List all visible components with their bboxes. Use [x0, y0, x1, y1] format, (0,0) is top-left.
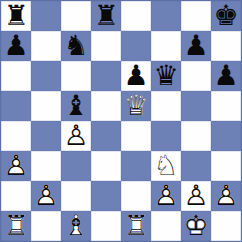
square-b1[interactable] [31, 211, 61, 241]
square-h1[interactable] [211, 211, 241, 241]
piece-fill-glyph: ♛ [151, 61, 181, 91]
white-pawn[interactable]: ♟♙ [151, 181, 181, 211]
square-c6[interactable] [61, 61, 91, 91]
white-pawn[interactable]: ♟♙ [31, 181, 61, 211]
square-a3[interactable]: ♟♙ [1, 151, 31, 181]
black-rook[interactable]: ♜ [91, 1, 121, 31]
piece-outline-glyph: ♖ [121, 211, 151, 241]
black-pawn[interactable]: ♟ [1, 31, 31, 61]
square-d5[interactable] [91, 91, 121, 121]
square-h2[interactable]: ♟♙ [211, 181, 241, 211]
square-c5[interactable]: ♝ [61, 91, 91, 121]
piece-outline-glyph: ♙ [1, 151, 31, 181]
square-e8[interactable] [121, 1, 151, 31]
black-bishop[interactable]: ♝ [61, 91, 91, 121]
square-b3[interactable] [31, 151, 61, 181]
piece-fill-glyph: ♟ [121, 61, 151, 91]
black-pawn[interactable]: ♟ [181, 31, 211, 61]
black-king[interactable]: ♚ [211, 1, 241, 31]
white-pawn[interactable]: ♟♙ [211, 181, 241, 211]
piece-fill-glyph: ♟ [211, 61, 241, 91]
piece-fill-glyph: ♜ [91, 1, 121, 31]
white-queen[interactable]: ♛♕ [121, 91, 151, 121]
square-f3[interactable]: ♞♘ [151, 151, 181, 181]
piece-outline-glyph: ♘ [151, 151, 181, 181]
square-f6[interactable]: ♛ [151, 61, 181, 91]
piece-fill-glyph: ♟ [181, 31, 211, 61]
square-f4[interactable] [151, 121, 181, 151]
piece-outline-glyph: ♙ [31, 181, 61, 211]
square-a8[interactable]: ♜ [1, 1, 31, 31]
black-rook[interactable]: ♜ [1, 1, 31, 31]
square-c8[interactable] [61, 1, 91, 31]
square-f2[interactable]: ♟♙ [151, 181, 181, 211]
black-knight[interactable]: ♞ [61, 31, 91, 61]
black-pawn[interactable]: ♟ [121, 61, 151, 91]
square-a2[interactable] [1, 181, 31, 211]
white-pawn[interactable]: ♟♙ [61, 121, 91, 151]
square-a6[interactable] [1, 61, 31, 91]
square-d6[interactable] [91, 61, 121, 91]
square-d2[interactable] [91, 181, 121, 211]
square-h7[interactable] [211, 31, 241, 61]
piece-outline-glyph: ♙ [181, 181, 211, 211]
square-e2[interactable] [121, 181, 151, 211]
black-pawn[interactable]: ♟ [211, 61, 241, 91]
white-pawn[interactable]: ♟♙ [181, 181, 211, 211]
piece-outline-glyph: ♙ [211, 181, 241, 211]
square-f7[interactable] [151, 31, 181, 61]
square-b7[interactable] [31, 31, 61, 61]
square-h5[interactable] [211, 91, 241, 121]
square-d8[interactable]: ♜ [91, 1, 121, 31]
white-pawn[interactable]: ♟♙ [1, 151, 31, 181]
square-b5[interactable] [31, 91, 61, 121]
square-e6[interactable]: ♟ [121, 61, 151, 91]
square-c4[interactable]: ♟♙ [61, 121, 91, 151]
square-a4[interactable] [1, 121, 31, 151]
piece-outline-glyph: ♕ [121, 91, 151, 121]
square-b8[interactable] [31, 1, 61, 31]
square-b6[interactable] [31, 61, 61, 91]
square-b4[interactable] [31, 121, 61, 151]
square-d1[interactable] [91, 211, 121, 241]
square-g8[interactable] [181, 1, 211, 31]
piece-fill-glyph: ♟ [1, 31, 31, 61]
chess-board: ♜♜♚♟♞♟♟♛♟♝♛♕♟♙♟♙♞♘♟♙♟♙♟♙♟♙♜♖♝♗♜♖♚♔ [0, 0, 242, 242]
piece-outline-glyph: ♙ [61, 121, 91, 151]
black-queen[interactable]: ♛ [151, 61, 181, 91]
white-rook[interactable]: ♜♖ [1, 211, 31, 241]
square-d3[interactable] [91, 151, 121, 181]
piece-fill-glyph: ♝ [61, 91, 91, 121]
piece-fill-glyph: ♞ [61, 31, 91, 61]
square-h8[interactable]: ♚ [211, 1, 241, 31]
square-e5[interactable]: ♛♕ [121, 91, 151, 121]
square-f8[interactable] [151, 1, 181, 31]
square-c7[interactable]: ♞ [61, 31, 91, 61]
white-bishop[interactable]: ♝♗ [61, 211, 91, 241]
square-g1[interactable]: ♚♔ [181, 211, 211, 241]
square-d4[interactable] [91, 121, 121, 151]
square-g2[interactable]: ♟♙ [181, 181, 211, 211]
square-b2[interactable]: ♟♙ [31, 181, 61, 211]
square-a1[interactable]: ♜♖ [1, 211, 31, 241]
white-king[interactable]: ♚♔ [181, 211, 211, 241]
square-a7[interactable]: ♟ [1, 31, 31, 61]
square-g3[interactable] [181, 151, 211, 181]
square-f5[interactable] [151, 91, 181, 121]
square-h6[interactable]: ♟ [211, 61, 241, 91]
piece-outline-glyph: ♔ [181, 211, 211, 241]
square-c3[interactable] [61, 151, 91, 181]
square-e3[interactable] [121, 151, 151, 181]
white-knight[interactable]: ♞♘ [151, 151, 181, 181]
square-c1[interactable]: ♝♗ [61, 211, 91, 241]
square-g4[interactable] [181, 121, 211, 151]
square-f1[interactable] [151, 211, 181, 241]
piece-fill-glyph: ♜ [1, 1, 31, 31]
piece-outline-glyph: ♖ [1, 211, 31, 241]
square-e7[interactable] [121, 31, 151, 61]
square-d7[interactable] [91, 31, 121, 61]
square-a5[interactable] [1, 91, 31, 121]
square-g5[interactable] [181, 91, 211, 121]
white-rook[interactable]: ♜♖ [121, 211, 151, 241]
square-h3[interactable] [211, 151, 241, 181]
square-e4[interactable] [121, 121, 151, 151]
square-g6[interactable] [181, 61, 211, 91]
piece-fill-glyph: ♚ [211, 1, 241, 31]
square-e1[interactable]: ♜♖ [121, 211, 151, 241]
square-g7[interactable]: ♟ [181, 31, 211, 61]
piece-outline-glyph: ♗ [61, 211, 91, 241]
piece-outline-glyph: ♙ [151, 181, 181, 211]
square-h4[interactable] [211, 121, 241, 151]
square-c2[interactable] [61, 181, 91, 211]
